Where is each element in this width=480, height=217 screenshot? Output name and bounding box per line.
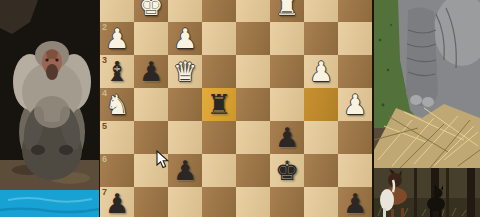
rank-label-5: 5	[102, 122, 107, 131]
square-b1[interactable]	[304, 0, 338, 22]
square-c6[interactable]: ♚	[270, 154, 304, 187]
white-pawn-a4[interactable]: ♟	[338, 88, 372, 121]
board-grid: ♚♜2♟♟3♝♟♛♟4♞♜♟5♟6♟♚7♟♟	[100, 0, 372, 217]
square-h1[interactable]	[100, 0, 134, 22]
square-f1[interactable]	[168, 0, 202, 22]
square-f3[interactable]: ♛	[168, 55, 202, 88]
black-pawn-a7[interactable]: ♟	[338, 187, 372, 217]
square-a7[interactable]: ♟	[338, 187, 372, 217]
square-g7[interactable]	[134, 187, 168, 217]
square-h7[interactable]: 7♟	[100, 187, 134, 217]
square-h6[interactable]: 6	[100, 154, 134, 187]
black-pawn-g3[interactable]: ♟	[134, 55, 168, 88]
square-e2[interactable]	[202, 22, 236, 55]
square-b2[interactable]	[304, 22, 338, 55]
square-b4[interactable]	[304, 88, 338, 121]
black-pawn-c5[interactable]: ♟	[270, 121, 304, 154]
square-g4[interactable]	[134, 88, 168, 121]
square-e7[interactable]	[202, 187, 236, 217]
square-c4[interactable]	[270, 88, 304, 121]
baboon-illustration	[0, 0, 100, 217]
square-c1[interactable]: ♜	[270, 0, 304, 22]
white-rook-c1[interactable]: ♜	[270, 0, 304, 22]
white-pawn-b3[interactable]: ♟	[304, 55, 338, 88]
white-king-g1[interactable]: ♚	[134, 0, 168, 22]
dog-illustration	[374, 168, 480, 217]
square-g6[interactable]	[134, 154, 168, 187]
square-a4[interactable]: ♟	[338, 88, 372, 121]
square-f5[interactable]	[168, 121, 202, 154]
square-e5[interactable]	[202, 121, 236, 154]
square-b7[interactable]	[304, 187, 338, 217]
white-pawn-h2[interactable]: ♟	[100, 22, 134, 55]
square-a3[interactable]	[338, 55, 372, 88]
black-rook-e4[interactable]: ♜	[202, 88, 236, 121]
dog-photo	[372, 168, 480, 217]
white-queen-f3[interactable]: ♛	[168, 55, 202, 88]
square-f2[interactable]: ♟	[168, 22, 202, 55]
chess-board: ♚♜2♟♟3♝♟♛♟4♞♜♟5♟6♟♚7♟♟	[100, 0, 372, 217]
square-e6[interactable]	[202, 154, 236, 187]
square-b6[interactable]	[304, 154, 338, 187]
square-f4[interactable]	[168, 88, 202, 121]
square-h4[interactable]: 4♞	[100, 88, 134, 121]
square-h2[interactable]: 2♟	[100, 22, 134, 55]
baboon-figure	[13, 41, 91, 180]
blue-water	[0, 190, 100, 217]
elephant-photo	[372, 0, 480, 168]
square-f6[interactable]: ♟	[168, 154, 202, 187]
square-d6[interactable]	[236, 154, 270, 187]
square-e1[interactable]	[202, 0, 236, 22]
square-g2[interactable]	[134, 22, 168, 55]
black-bishop-h3[interactable]: ♝	[100, 55, 134, 88]
square-a2[interactable]	[338, 22, 372, 55]
square-g5[interactable]	[134, 121, 168, 154]
square-e4[interactable]: ♜	[202, 88, 236, 121]
video-frame: ♚♜2♟♟3♝♟♛♟4♞♜♟5♟6♟♚7♟♟	[0, 0, 480, 217]
square-d7[interactable]	[236, 187, 270, 217]
square-c3[interactable]	[270, 55, 304, 88]
square-d3[interactable]	[236, 55, 270, 88]
black-king-c6[interactable]: ♚	[270, 154, 304, 187]
square-a5[interactable]	[338, 121, 372, 154]
square-c5[interactable]: ♟	[270, 121, 304, 154]
elephant-illustration	[374, 0, 480, 168]
baboon-photo	[0, 0, 100, 217]
square-f7[interactable]	[168, 187, 202, 217]
white-pawn-f2[interactable]: ♟	[168, 22, 202, 55]
square-d1[interactable]	[236, 0, 270, 22]
square-a1[interactable]	[338, 0, 372, 22]
square-c7[interactable]	[270, 187, 304, 217]
square-g3[interactable]: ♟	[134, 55, 168, 88]
square-b3[interactable]: ♟	[304, 55, 338, 88]
square-g1[interactable]: ♚	[134, 0, 168, 22]
rank-label-6: 6	[102, 155, 107, 164]
square-d4[interactable]	[236, 88, 270, 121]
black-pawn-h7[interactable]: ♟	[100, 187, 134, 217]
black-pawn-f6[interactable]: ♟	[168, 154, 202, 187]
square-d5[interactable]	[236, 121, 270, 154]
square-a6[interactable]	[338, 154, 372, 187]
square-b5[interactable]	[304, 121, 338, 154]
white-knight-h4[interactable]: ♞	[100, 88, 134, 121]
square-c2[interactable]	[270, 22, 304, 55]
square-h5[interactable]: 5	[100, 121, 134, 154]
square-e3[interactable]	[202, 55, 236, 88]
square-h3[interactable]: 3♝	[100, 55, 134, 88]
square-d2[interactable]	[236, 22, 270, 55]
